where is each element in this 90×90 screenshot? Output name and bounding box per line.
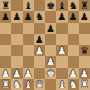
square-d5[interactable]: ♟ [34,34,45,45]
square-a4[interactable] [0,45,11,56]
black-king: ♚ [46,0,55,11]
square-b3[interactable] [11,56,22,67]
square-e6[interactable]: ♟ [45,23,56,34]
square-d2[interactable] [34,68,45,79]
black-pawn: ♟ [35,34,44,45]
square-a2[interactable]: ♟ [0,68,11,79]
square-d7[interactable]: ♞ [34,11,45,22]
black-pawn: ♟ [57,11,66,22]
square-g6[interactable] [68,23,79,34]
square-b6[interactable] [11,23,22,34]
square-h1[interactable]: ♜ [79,79,90,90]
black-pawn: ♟ [46,23,55,34]
square-c5[interactable] [23,34,34,45]
square-f8[interactable]: ♝ [56,0,67,11]
square-e5[interactable] [45,34,56,45]
square-g5[interactable] [68,34,79,45]
black-rook: ♜ [80,0,89,11]
white-bishop: ♝ [24,79,33,90]
black-queen: ♛ [80,45,89,56]
square-e2[interactable]: ♚ [45,68,56,79]
square-e1[interactable] [45,79,56,90]
square-f2[interactable] [56,68,67,79]
black-pawn: ♟ [12,11,21,22]
square-c1[interactable]: ♝ [23,79,34,90]
square-c2[interactable]: ♟ [23,68,34,79]
square-g3[interactable] [68,56,79,67]
square-c7[interactable]: ♟ [23,11,34,22]
square-h3[interactable] [79,56,90,67]
square-f5[interactable] [56,34,67,45]
white-bishop: ♝ [57,79,66,90]
square-h2[interactable]: ♟ [79,68,90,79]
square-a8[interactable]: ♜ [0,0,11,11]
square-d3[interactable] [34,56,45,67]
white-knight: ♞ [12,79,21,90]
square-a6[interactable] [0,23,11,34]
square-c8[interactable]: ♝ [23,0,34,11]
square-b5[interactable] [11,34,22,45]
square-g8[interactable]: ♞ [68,0,79,11]
black-bishop: ♝ [24,0,33,11]
square-g1[interactable]: ♞ [68,79,79,90]
white-pawn: ♟ [46,56,55,67]
chess-board: ♜♝♚♝♞♜♟♟♟♞♟♟♟♟♟♟♟♛♟♟♟♟♚♟♟♜♞♝♛♝♞♜ [0,0,90,90]
square-e7[interactable] [45,11,56,22]
black-pawn: ♟ [24,11,33,22]
square-h8[interactable]: ♜ [79,0,90,11]
square-c6[interactable] [23,23,34,34]
white-pawn: ♟ [35,45,44,56]
white-queen: ♛ [35,79,44,90]
square-f1[interactable]: ♝ [56,79,67,90]
square-c3[interactable] [23,56,34,67]
black-knight: ♞ [69,0,78,11]
square-h6[interactable] [79,23,90,34]
square-e3[interactable]: ♟ [45,56,56,67]
square-g7[interactable]: ♟ [68,11,79,22]
square-b8[interactable] [11,0,22,11]
square-b2[interactable]: ♟ [11,68,22,79]
black-bishop: ♝ [57,0,66,11]
black-pawn: ♟ [80,11,89,22]
square-a3[interactable] [0,56,11,67]
white-pawn: ♟ [1,68,10,79]
black-pawn: ♟ [69,11,78,22]
square-h7[interactable]: ♟ [79,11,90,22]
square-a5[interactable] [0,34,11,45]
white-pawn: ♟ [24,68,33,79]
square-b4[interactable] [11,45,22,56]
square-f3[interactable] [56,56,67,67]
white-rook: ♜ [80,79,89,90]
square-d1[interactable]: ♛ [34,79,45,90]
square-g2[interactable]: ♟ [68,68,79,79]
square-d4[interactable]: ♟ [34,45,45,56]
white-pawn: ♟ [57,45,66,56]
white-knight: ♞ [69,79,78,90]
square-a1[interactable]: ♜ [0,79,11,90]
square-f6[interactable] [56,23,67,34]
white-rook: ♜ [1,79,10,90]
white-pawn: ♟ [12,68,21,79]
square-g4[interactable] [68,45,79,56]
square-d8[interactable] [34,0,45,11]
white-pawn: ♟ [80,68,89,79]
white-pawn: ♟ [69,68,78,79]
black-knight: ♞ [35,11,44,22]
black-pawn: ♟ [1,11,10,22]
black-rook: ♜ [1,0,10,11]
white-king: ♚ [46,68,55,79]
square-d6[interactable] [34,23,45,34]
square-b1[interactable]: ♞ [11,79,22,90]
square-f4[interactable]: ♟ [56,45,67,56]
square-e4[interactable] [45,45,56,56]
square-h5[interactable] [79,34,90,45]
square-b7[interactable]: ♟ [11,11,22,22]
square-h4[interactable]: ♛ [79,45,90,56]
square-a7[interactable]: ♟ [0,11,11,22]
square-c4[interactable] [23,45,34,56]
square-f7[interactable]: ♟ [56,11,67,22]
square-e8[interactable]: ♚ [45,0,56,11]
